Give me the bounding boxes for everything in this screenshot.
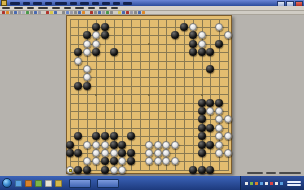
black-stone	[101, 132, 109, 140]
white-stone	[215, 23, 223, 31]
black-stone	[101, 157, 109, 165]
menu-item-2[interactable]	[14, 7, 23, 9]
clock[interactable]	[287, 181, 301, 186]
grid-line-vertical	[184, 19, 185, 171]
toolbar-icon-7[interactable]	[26, 11, 29, 14]
tray-icon-3[interactable]	[255, 182, 258, 185]
white-stone	[224, 132, 232, 140]
black-stone	[198, 166, 206, 174]
window-title-text-blob	[123, 2, 132, 5]
menu-item-10[interactable]	[111, 7, 118, 9]
hoshi-dot	[201, 94, 203, 96]
tray-icon-8[interactable]	[280, 182, 283, 185]
white-stone	[215, 132, 223, 140]
black-stone	[198, 124, 206, 132]
toolbar-icon-24[interactable]	[106, 11, 109, 14]
toolbar-icon-14[interactable]	[62, 11, 65, 14]
grid-line-vertical	[228, 19, 229, 171]
window-title-text-blob	[55, 2, 67, 5]
toolbar-icon-15[interactable]	[66, 11, 69, 14]
toolbar-icon-20[interactable]	[90, 11, 93, 14]
taskbar-app-icon-4[interactable]	[45, 180, 52, 187]
white-stone	[118, 157, 126, 165]
toolbar-icon-1[interactable]	[2, 11, 5, 14]
taskbar-window-buttons	[69, 179, 125, 188]
menu-item-3[interactable]	[27, 7, 34, 9]
white-stone	[215, 149, 223, 157]
tray-icon-5[interactable]	[265, 182, 268, 185]
black-stone	[127, 132, 135, 140]
black-stone	[66, 141, 74, 149]
white-stone	[162, 157, 170, 165]
black-stone	[110, 141, 118, 149]
window-title-text-blob	[113, 2, 120, 5]
clock-text-line	[287, 184, 301, 186]
white-stone	[224, 115, 232, 123]
white-stone	[162, 141, 170, 149]
black-stone	[198, 107, 206, 115]
white-stone	[118, 166, 126, 174]
black-stone	[198, 48, 206, 56]
black-stone	[206, 65, 214, 73]
black-stone	[74, 48, 82, 56]
hoshi-dot	[148, 43, 150, 45]
black-stone	[180, 23, 188, 31]
menu-item-9[interactable]	[99, 7, 107, 9]
black-stone	[215, 99, 223, 107]
toolbar-icon-23[interactable]	[102, 11, 105, 14]
window-title-text-blob	[23, 2, 30, 5]
white-stone	[66, 166, 74, 174]
white-stone	[162, 149, 170, 157]
tray-icon-2[interactable]	[250, 182, 253, 185]
toolbar-icon-11[interactable]	[46, 11, 49, 14]
white-stone	[92, 141, 100, 149]
last-move-marker	[69, 169, 72, 172]
toolbar-icon-22[interactable]	[98, 11, 101, 14]
white-stone	[92, 31, 100, 39]
black-stone	[92, 23, 100, 31]
taskbar-window-button-2[interactable]	[97, 179, 119, 188]
toolbar-icon-13[interactable]	[54, 11, 57, 14]
tray-icon-6[interactable]	[270, 182, 273, 185]
black-stone	[127, 157, 135, 165]
black-stone	[101, 31, 109, 39]
black-stone	[101, 166, 109, 174]
black-stone	[92, 48, 100, 56]
white-stone	[83, 157, 91, 165]
white-stone	[171, 141, 179, 149]
black-stone	[206, 166, 214, 174]
white-stone	[145, 149, 153, 157]
menu-item-7[interactable]	[75, 7, 84, 9]
toolbar-icon-25[interactable]	[110, 11, 113, 14]
white-stone	[198, 31, 206, 39]
white-stone	[110, 166, 118, 174]
white-stone	[215, 115, 223, 123]
black-stone	[118, 141, 126, 149]
menu-item-6[interactable]	[64, 7, 71, 9]
clock-text-line	[287, 181, 301, 183]
desktop-screen	[0, 0, 304, 190]
black-stone	[101, 23, 109, 31]
black-stone	[198, 132, 206, 140]
toolbar-icon-5[interactable]	[18, 11, 21, 14]
black-stone	[110, 132, 118, 140]
black-stone	[74, 149, 82, 157]
toolbar-icon-30[interactable]	[134, 11, 137, 14]
toolbar-icon-9[interactable]	[34, 11, 37, 14]
white-stone	[215, 124, 223, 132]
white-stone	[145, 157, 153, 165]
window-title-text-blob	[80, 2, 89, 5]
black-stone	[74, 166, 82, 174]
white-stone	[224, 31, 232, 39]
toolbar-icon-10[interactable]	[38, 11, 41, 14]
window-title-text-blob	[33, 2, 42, 5]
toolbar-icon-17[interactable]	[74, 11, 77, 14]
toolbar-icon-18[interactable]	[78, 11, 81, 14]
black-stone	[189, 40, 197, 48]
menu-item-4[interactable]	[38, 7, 48, 9]
white-stone	[83, 48, 91, 56]
toolbar-icon-2[interactable]	[6, 11, 9, 14]
window-title-text-blob	[45, 2, 52, 5]
toolbar-icon-26[interactable]	[118, 11, 121, 14]
taskbar-window-button-1[interactable]	[69, 179, 91, 188]
tray-icon-4[interactable]	[260, 182, 263, 185]
black-stone	[74, 132, 82, 140]
black-stone	[198, 149, 206, 157]
white-stone	[189, 23, 197, 31]
black-stone	[92, 132, 100, 140]
black-stone	[83, 82, 91, 90]
black-stone	[189, 48, 197, 56]
black-stone	[110, 157, 118, 165]
black-stone	[127, 149, 135, 157]
status-text-blob	[247, 172, 263, 174]
black-stone	[189, 31, 197, 39]
taskbar-app-icon-2[interactable]	[25, 180, 32, 187]
toolbar-icon-31[interactable]	[138, 11, 141, 14]
status-text-blob	[279, 172, 301, 174]
status-bar-text	[247, 172, 301, 174]
toolbar-icon-4[interactable]	[14, 11, 17, 14]
black-stone	[118, 149, 126, 157]
white-stone	[154, 141, 162, 149]
black-stone	[206, 141, 214, 149]
white-stone	[154, 157, 162, 165]
taskbar-icons	[15, 180, 65, 187]
black-stone	[206, 99, 214, 107]
black-stone	[206, 124, 214, 132]
toolbar-icon-8[interactable]	[30, 11, 33, 14]
hoshi-dot	[148, 94, 150, 96]
go-board[interactable]	[66, 15, 232, 174]
tray-icon-1[interactable]	[245, 182, 248, 185]
taskbar-app-icon-3[interactable]	[35, 180, 42, 187]
black-stone	[83, 31, 91, 39]
window-title-text-blob	[92, 2, 99, 5]
toolbar-icon-6[interactable]	[22, 11, 25, 14]
black-stone	[171, 31, 179, 39]
taskbar-app-icon-5[interactable]	[55, 180, 62, 187]
black-stone	[198, 141, 206, 149]
window-title-text-blob	[102, 2, 110, 5]
status-text-blob	[266, 172, 276, 174]
white-stone	[83, 40, 91, 48]
toolbar-icon-16[interactable]	[70, 11, 73, 14]
white-stone	[101, 141, 109, 149]
menu-item-8[interactable]	[88, 7, 95, 9]
toolbar-icon-28[interactable]	[126, 11, 129, 14]
window-title-text-blob	[10, 2, 20, 5]
white-stone	[92, 157, 100, 165]
window-title-text-blob	[70, 2, 77, 5]
white-stone	[74, 57, 82, 65]
white-stone	[154, 149, 162, 157]
window-title	[10, 2, 135, 5]
white-stone	[92, 149, 100, 157]
start-button[interactable]	[2, 178, 12, 188]
white-stone	[92, 40, 100, 48]
toolbar-icon-27[interactable]	[122, 11, 125, 14]
black-stone	[74, 82, 82, 90]
white-stone	[224, 149, 232, 157]
tray-icon-7[interactable]	[275, 182, 278, 185]
toolbar-icon-19[interactable]	[82, 11, 85, 14]
menu-item-1[interactable]	[2, 7, 10, 9]
white-stone	[206, 107, 214, 115]
toolbar-icon-32[interactable]	[142, 11, 145, 14]
toolbar-icon-21[interactable]	[94, 11, 97, 14]
black-stone	[83, 166, 91, 174]
black-stone	[198, 99, 206, 107]
black-stone	[110, 48, 118, 56]
black-stone	[66, 149, 74, 157]
toolbar-icon-3[interactable]	[10, 11, 13, 14]
client-area	[0, 15, 304, 176]
toolbar-icon-12[interactable]	[50, 11, 53, 14]
black-stone	[198, 115, 206, 123]
white-stone	[215, 141, 223, 149]
taskbar-app-icon-1[interactable]	[15, 180, 22, 187]
toolbar-icon-29[interactable]	[130, 11, 133, 14]
system-tray	[240, 176, 304, 190]
black-stone	[206, 48, 214, 56]
white-stone	[215, 107, 223, 115]
white-stone	[198, 40, 206, 48]
white-stone	[145, 141, 153, 149]
white-stone	[101, 149, 109, 157]
tray-icons	[245, 182, 285, 185]
taskbar	[0, 176, 304, 190]
menu-item-5[interactable]	[52, 7, 60, 9]
white-stone	[83, 73, 91, 81]
white-stone	[171, 157, 179, 165]
black-stone	[189, 166, 197, 174]
white-stone	[83, 141, 91, 149]
black-stone	[215, 40, 223, 48]
white-stone	[110, 149, 118, 157]
white-stone	[83, 65, 91, 73]
